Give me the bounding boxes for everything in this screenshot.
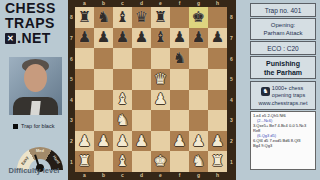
white-pawn: ♟ [211, 134, 224, 149]
square-e3 [151, 110, 170, 131]
square-a5 [75, 69, 94, 90]
coord-label: b [94, 0, 113, 7]
square-d5 [132, 69, 151, 90]
square-f3 [170, 110, 189, 131]
square-b2: ♟ [94, 131, 113, 152]
square-a3 [75, 110, 94, 131]
white-pawn: ♟ [97, 134, 110, 149]
square-g8: ♚ [189, 7, 208, 28]
coord-label: e [151, 0, 170, 7]
square-h8 [208, 7, 227, 28]
square-e5: ♛ [151, 69, 170, 90]
promo-line1: 1000+ chess [272, 85, 303, 91]
square-a2: ♟ [75, 131, 94, 152]
square-c2: ♟ [113, 131, 132, 152]
square-c1: ♝ [113, 151, 132, 172]
coord-label: 1 [227, 151, 236, 172]
square-d3 [132, 110, 151, 131]
coord-label: h [208, 172, 227, 180]
square-h7: ♟ [208, 28, 227, 49]
white-pawn: ♟ [116, 134, 129, 149]
trap-title-line1: Punishing [251, 59, 315, 68]
black-pawn: ♟ [135, 30, 148, 45]
black-queen: ♛ [135, 10, 148, 25]
trap-number: Trap no. 401 [251, 7, 315, 14]
opening-label: Opening: [251, 21, 315, 29]
coord-label: h [208, 0, 227, 7]
square-h3 [208, 110, 227, 131]
square-c8: ♝ [113, 7, 132, 28]
black-bishop: ♝ [116, 10, 129, 25]
white-rook: ♜ [78, 154, 91, 169]
square-a8: ♜ [75, 7, 94, 28]
black-pawn: ♟ [116, 30, 129, 45]
logo-line-2: TRAPS [5, 16, 67, 31]
eco-box: ECO : C20 [250, 41, 316, 55]
trap-title-line2: the Parham [251, 68, 315, 77]
black-bishop: ♝ [154, 30, 167, 45]
square-g7: ♟ [189, 28, 208, 49]
white-knight: ♞ [116, 113, 129, 128]
black-rook: ♜ [78, 10, 91, 25]
black-pawn: ♟ [97, 30, 110, 45]
black-pawn: ♟ [173, 30, 186, 45]
website-url: www.chesstraps.net [251, 100, 315, 107]
coord-label: f [170, 172, 189, 180]
x-board-icon: ✕ [5, 33, 16, 44]
black-rook: ♜ [154, 10, 167, 25]
coord-label: 8 [227, 7, 236, 28]
square-b3 [94, 110, 113, 131]
square-d4 [132, 90, 151, 111]
coord-label: d [132, 0, 151, 7]
logo-line-1: CHESS [5, 1, 67, 16]
square-a4 [75, 90, 94, 111]
chesstraps-logo: CHESS TRAPS ✕ .NET [5, 1, 67, 46]
move-list: 1.e4 e5 2.Qh5 Nf6(2...Nc6)3.Qxe5+ Be7 4.… [250, 111, 316, 170]
square-h2: ♟ [208, 131, 227, 152]
coord-label: b [94, 172, 113, 180]
black-pawn: ♟ [78, 30, 91, 45]
square-b5 [94, 69, 113, 90]
square-h6 [208, 48, 227, 69]
opening-box: Opening: Parham Attack [250, 18, 316, 40]
square-h5 [208, 69, 227, 90]
white-pawn: ♟ [173, 134, 186, 149]
coord-label: 7 [227, 28, 236, 49]
square-f6: ♞ [170, 48, 189, 69]
chesstraps-video-frame: CHESS TRAPS ✕ .NET Trap for black Easy M… [0, 0, 320, 180]
square-d7: ♟ [132, 28, 151, 49]
coord-label: 3 [227, 110, 236, 131]
eco-code: ECO : C20 [251, 45, 315, 52]
coord-label: 5 [68, 69, 75, 90]
square-g3 [189, 110, 208, 131]
trap-title-box: Punishing the Parham [250, 56, 316, 79]
promo-line2: opening traps [272, 92, 305, 98]
square-a6 [75, 48, 94, 69]
square-d2: ♟ [132, 131, 151, 152]
square-c5 [113, 69, 132, 90]
coord-label: 3 [68, 110, 75, 131]
coord-label: 5 [227, 69, 236, 90]
coord-label: 2 [68, 131, 75, 152]
trap-number-box: Trap no. 401 [250, 3, 316, 17]
square-d1 [132, 151, 151, 172]
square-e6 [151, 48, 170, 69]
black-knight: ♞ [173, 51, 186, 66]
coord-label: 2 [227, 131, 236, 152]
trap-side-label: Trap for black [21, 123, 54, 129]
white-rook: ♜ [211, 154, 224, 169]
chesstraps-knight-icon: ♞ [261, 87, 270, 96]
square-h4 [208, 90, 227, 111]
opening-name: Parham Attack [251, 29, 315, 37]
square-h1: ♜ [208, 151, 227, 172]
square-b6 [94, 48, 113, 69]
file-labels-bottom: abcdefgh [75, 172, 227, 180]
board-grid: ♜♞♝♛♜♚♟♟♟♟♝♟♟♟♞♛♝♟♞♟♟♟♟♟♟♟♜♝♚♞♜ [75, 7, 227, 172]
square-g1: ♞ [189, 151, 208, 172]
square-e8: ♜ [151, 7, 170, 28]
square-f8 [170, 7, 189, 28]
promo-box: ♞ 1000+ chess opening traps www.chesstra… [250, 81, 316, 110]
white-bishop: ♝ [116, 154, 129, 169]
trap-side-indicator: Trap for black [13, 123, 54, 129]
square-f7: ♟ [170, 28, 189, 49]
white-pawn: ♟ [154, 92, 167, 107]
white-pawn: ♟ [78, 134, 91, 149]
square-f5 [170, 69, 189, 90]
square-e7: ♝ [151, 28, 170, 49]
black-king: ♚ [192, 10, 205, 25]
black-pawn: ♟ [192, 30, 205, 45]
coord-label: e [151, 172, 170, 180]
coord-label: 6 [68, 48, 75, 69]
square-e2 [151, 131, 170, 152]
rank-labels-right: 87654321 [227, 7, 236, 172]
square-g5 [189, 69, 208, 90]
coord-label: a [75, 0, 94, 7]
white-queen: ♛ [154, 72, 167, 87]
square-c6 [113, 48, 132, 69]
move-line: Bg4 9.Qg3 [253, 143, 315, 148]
square-b4 [94, 90, 113, 111]
coord-label: 4 [68, 90, 75, 111]
square-f1 [170, 151, 189, 172]
square-e1: ♚ [151, 151, 170, 172]
square-d8: ♛ [132, 7, 151, 28]
photo-face [24, 64, 47, 92]
presenter-photo [9, 57, 62, 115]
coord-label: f [170, 0, 189, 7]
rank-labels-left: 87654321 [68, 7, 75, 172]
square-a1: ♜ [75, 151, 94, 172]
coord-label: c [113, 172, 132, 180]
white-pawn: ♟ [135, 134, 148, 149]
white-king: ♚ [154, 154, 167, 169]
coord-label: g [189, 0, 208, 7]
square-g4 [189, 90, 208, 111]
square-b8: ♞ [94, 7, 113, 28]
square-a7: ♟ [75, 28, 94, 49]
square-b7: ♟ [94, 28, 113, 49]
square-d6 [132, 48, 151, 69]
coord-label: d [132, 172, 151, 180]
gauge-label-med: Med [36, 148, 44, 153]
coord-label: 7 [68, 28, 75, 49]
square-e4: ♟ [151, 90, 170, 111]
file-labels-top: abcdefgh [75, 0, 227, 7]
square-g2: ♟ [189, 131, 208, 152]
coord-label: c [113, 0, 132, 7]
square-f4 [170, 90, 189, 111]
photo-shirt [30, 101, 40, 115]
square-g6 [189, 48, 208, 69]
square-c7: ♟ [113, 28, 132, 49]
black-pawn: ♟ [211, 30, 224, 45]
coord-label: 8 [68, 7, 75, 28]
coord-label: 1 [68, 151, 75, 172]
square-c3: ♞ [113, 110, 132, 131]
square-c4: ♝ [113, 90, 132, 111]
chess-board: abcdefgh abcdefgh 87654321 87654321 ♜♞♝♛… [68, 0, 236, 180]
white-pawn: ♟ [192, 134, 205, 149]
coord-label: 4 [227, 90, 236, 111]
square-f2: ♟ [170, 131, 189, 152]
black-knight: ♞ [97, 10, 110, 25]
black-square-icon [13, 124, 18, 129]
coord-label: 6 [227, 48, 236, 69]
white-knight: ♞ [192, 154, 205, 169]
logo-domain: .NET [17, 31, 51, 46]
coord-label: a [75, 172, 94, 180]
square-b1 [94, 151, 113, 172]
white-bishop: ♝ [116, 92, 129, 107]
coord-label: g [189, 172, 208, 180]
difficulty-label: Difficulty level [0, 166, 68, 175]
move-line: 3.Qxe5+ Be7 4.Bc4 0-0 5.Nc3 [253, 123, 315, 128]
